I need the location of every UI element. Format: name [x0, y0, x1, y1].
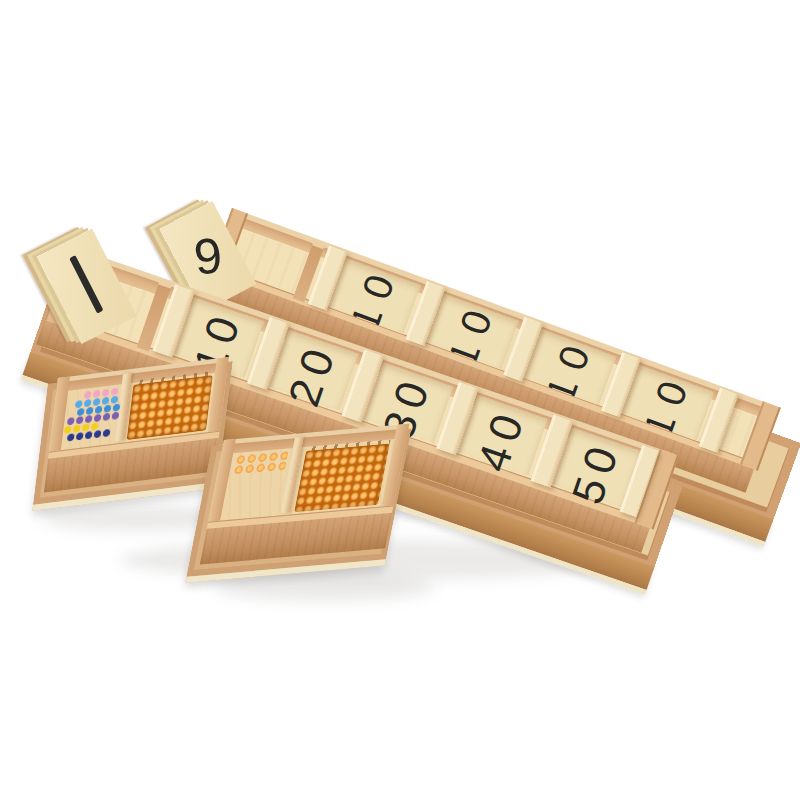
- bead-box-1: [44, 357, 229, 493]
- digit-nine-glyph: 9: [183, 229, 232, 283]
- golden-ten-bars-grid: [127, 375, 213, 440]
- golden-ten-bars-grid: [294, 444, 390, 513]
- digit-one-bar: [69, 255, 103, 313]
- bead-box-2: [200, 424, 410, 565]
- shadow-bead-box-2: [215, 575, 435, 601]
- product-photo-montessori-seguin-boards: { "game": "Montessori Seguin teen-and-te…: [0, 0, 800, 800]
